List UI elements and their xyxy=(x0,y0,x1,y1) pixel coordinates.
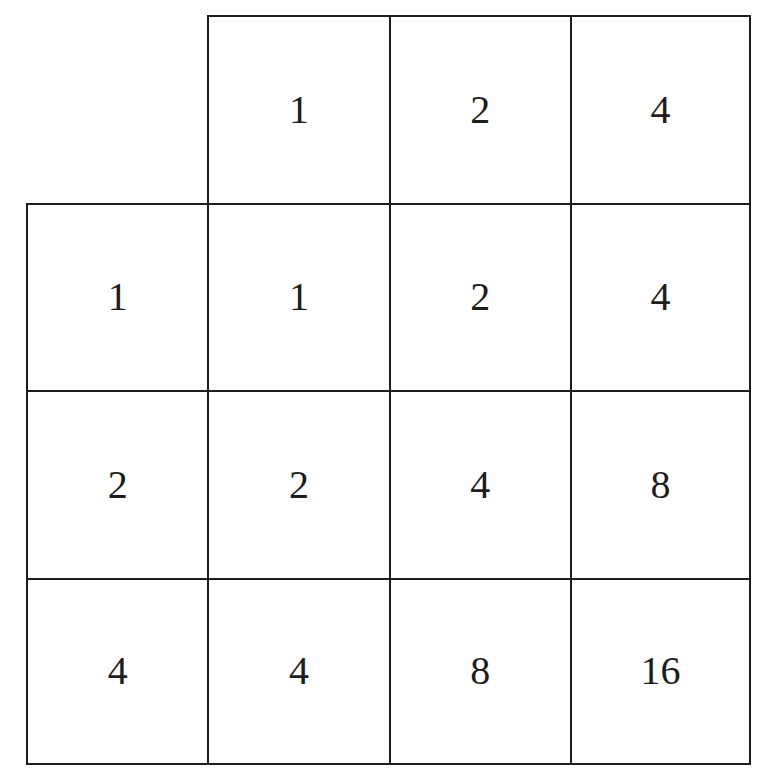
product-cell-r2-c3: 8 xyxy=(570,390,751,578)
product-cell-r3-c2: 8 xyxy=(389,578,570,766)
product-cell-r1-c1: 1 xyxy=(207,203,388,391)
product-cell-r3-c1: 4 xyxy=(207,578,388,766)
product-cell-r2-c2: 4 xyxy=(389,390,570,578)
col-header-cell-c3: 4 xyxy=(570,15,751,203)
col-header-cell-c1: 1 xyxy=(207,15,388,203)
multiplication-grid: 1 2 4 1 1 2 4 2 2 4 8 4 4 8 16 xyxy=(26,15,751,765)
col-header-cell-c2: 2 xyxy=(389,15,570,203)
corner-cell-empty xyxy=(26,15,207,203)
row-header-cell-r1: 1 xyxy=(26,203,207,391)
product-cell-r2-c1: 2 xyxy=(207,390,388,578)
product-cell-r1-c3: 4 xyxy=(570,203,751,391)
product-cell-r1-c2: 2 xyxy=(389,203,570,391)
row-header-cell-r3: 4 xyxy=(26,578,207,766)
product-cell-r3-c3: 16 xyxy=(570,578,751,766)
row-header-cell-r2: 2 xyxy=(26,390,207,578)
